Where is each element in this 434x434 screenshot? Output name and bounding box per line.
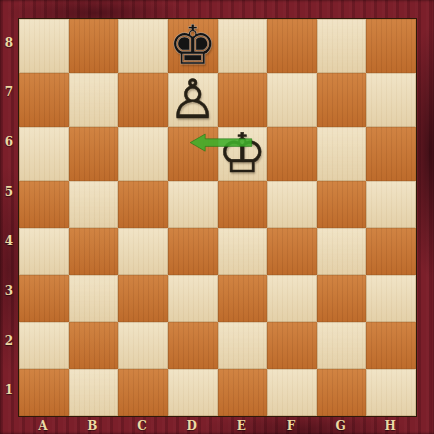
file-label-d: D <box>167 417 217 434</box>
square-f7[interactable] <box>267 73 317 127</box>
square-h3[interactable] <box>366 275 416 322</box>
square-h6[interactable] <box>366 127 416 181</box>
file-label-h: H <box>365 417 415 434</box>
square-f8[interactable] <box>267 19 317 73</box>
square-g3[interactable] <box>317 275 367 322</box>
square-d3[interactable] <box>168 275 218 322</box>
piece-white-pawn[interactable]: ♙ <box>168 73 216 127</box>
square-a8[interactable] <box>19 19 69 73</box>
square-h2[interactable] <box>366 322 416 369</box>
square-f5[interactable] <box>267 181 317 228</box>
rank-label-5: 5 <box>0 167 18 217</box>
square-b8[interactable] <box>69 19 119 73</box>
rank-label-2: 2 <box>0 316 18 366</box>
piece-black-king[interactable]: ♚ <box>168 19 216 73</box>
square-b5[interactable] <box>69 181 119 228</box>
file-label-f: F <box>266 417 316 434</box>
square-c4[interactable] <box>118 228 168 275</box>
square-c2[interactable] <box>118 322 168 369</box>
rank-label-6: 6 <box>0 117 18 167</box>
chess-board: ♚♙♔ <box>18 18 417 417</box>
square-e4[interactable] <box>218 228 268 275</box>
rank-label-7: 7 <box>0 68 18 118</box>
square-b7[interactable] <box>69 73 119 127</box>
square-d8[interactable]: ♚ <box>168 19 218 73</box>
square-b2[interactable] <box>69 322 119 369</box>
square-e5[interactable] <box>218 181 268 228</box>
square-a7[interactable] <box>19 73 69 127</box>
square-h1[interactable] <box>366 369 416 416</box>
square-a4[interactable] <box>19 228 69 275</box>
square-a5[interactable] <box>19 181 69 228</box>
square-c6[interactable] <box>118 127 168 181</box>
square-g4[interactable] <box>317 228 367 275</box>
file-label-c: C <box>117 417 167 434</box>
square-b6[interactable] <box>69 127 119 181</box>
square-d2[interactable] <box>168 322 218 369</box>
square-h4[interactable] <box>366 228 416 275</box>
square-e2[interactable] <box>218 322 268 369</box>
square-a2[interactable] <box>19 322 69 369</box>
square-g2[interactable] <box>317 322 367 369</box>
square-d4[interactable] <box>168 228 218 275</box>
rank-label-3: 3 <box>0 266 18 316</box>
square-f4[interactable] <box>267 228 317 275</box>
file-label-a: A <box>18 417 68 434</box>
rank-label-1: 1 <box>0 365 18 415</box>
square-b3[interactable] <box>69 275 119 322</box>
square-g6[interactable] <box>317 127 367 181</box>
square-e1[interactable] <box>218 369 268 416</box>
chess-app: ♚♙♔ 87654321ABCDEFGH <box>0 0 434 434</box>
square-e6[interactable]: ♔ <box>218 127 268 181</box>
square-h7[interactable] <box>366 73 416 127</box>
square-h5[interactable] <box>366 181 416 228</box>
rank-label-8: 8 <box>0 18 18 68</box>
square-b1[interactable] <box>69 369 119 416</box>
square-c7[interactable] <box>118 73 168 127</box>
square-a1[interactable] <box>19 369 69 416</box>
file-label-g: G <box>316 417 366 434</box>
square-c1[interactable] <box>118 369 168 416</box>
file-label-e: E <box>217 417 267 434</box>
rank-label-4: 4 <box>0 217 18 267</box>
square-e7[interactable] <box>218 73 268 127</box>
square-a3[interactable] <box>19 275 69 322</box>
square-h8[interactable] <box>366 19 416 73</box>
square-g1[interactable] <box>317 369 367 416</box>
square-d6[interactable] <box>168 127 218 181</box>
square-g7[interactable] <box>317 73 367 127</box>
square-e3[interactable] <box>218 275 268 322</box>
square-f3[interactable] <box>267 275 317 322</box>
square-c8[interactable] <box>118 19 168 73</box>
piece-white-king[interactable]: ♔ <box>218 127 266 181</box>
square-f1[interactable] <box>267 369 317 416</box>
square-d7[interactable]: ♙ <box>168 73 218 127</box>
square-f2[interactable] <box>267 322 317 369</box>
square-a6[interactable] <box>19 127 69 181</box>
square-g5[interactable] <box>317 181 367 228</box>
square-d5[interactable] <box>168 181 218 228</box>
square-f6[interactable] <box>267 127 317 181</box>
square-c5[interactable] <box>118 181 168 228</box>
square-g8[interactable] <box>317 19 367 73</box>
square-e8[interactable] <box>218 19 268 73</box>
square-d1[interactable] <box>168 369 218 416</box>
square-c3[interactable] <box>118 275 168 322</box>
file-label-b: B <box>68 417 118 434</box>
square-b4[interactable] <box>69 228 119 275</box>
